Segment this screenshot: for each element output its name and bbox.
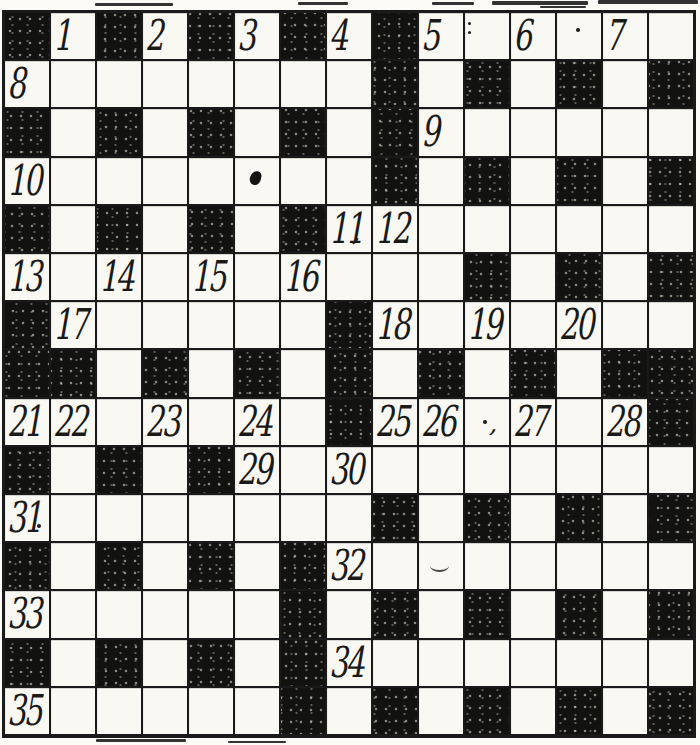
white-cell[interactable]: 6 (511, 13, 555, 59)
white-cell[interactable] (97, 61, 141, 107)
black-cell (649, 591, 693, 637)
white-cell[interactable] (603, 158, 647, 204)
white-cell[interactable] (557, 447, 601, 493)
white-cell[interactable] (603, 254, 647, 300)
white-cell[interactable] (143, 495, 187, 541)
clue-number: 16 (283, 255, 316, 298)
white-cell[interactable] (281, 495, 325, 541)
clue-number: 34 (329, 641, 362, 684)
scanned-crossword-page: 1234567891011121314151617181920212223242… (0, 0, 700, 745)
clue-number: 30 (329, 448, 362, 491)
white-cell[interactable]: 21 (5, 399, 49, 445)
white-cell[interactable] (603, 109, 647, 155)
black-cell (511, 350, 555, 396)
scan-dash-artifact (540, 6, 586, 8)
white-cell[interactable]: 31 (5, 495, 49, 541)
white-cell[interactable] (143, 302, 187, 348)
black-cell (189, 13, 233, 59)
black-cell (327, 350, 371, 396)
white-cell[interactable]: 8 (5, 61, 49, 107)
white-cell[interactable]: 24 (235, 399, 279, 445)
white-cell[interactable] (235, 109, 279, 155)
clue-number: 5 (421, 14, 438, 57)
black-cell (465, 61, 509, 107)
white-cell[interactable] (189, 495, 233, 541)
black-cell (189, 543, 233, 589)
white-cell[interactable]: 25 (373, 399, 417, 445)
white-cell[interactable]: 32 (327, 543, 371, 589)
black-cell (5, 302, 49, 348)
clue-number: 18 (375, 303, 408, 346)
clue-number: 4 (329, 14, 346, 57)
black-cell (465, 495, 509, 541)
clue-number: 26 (421, 400, 454, 443)
clue-number: 25 (375, 400, 408, 443)
black-cell (5, 109, 49, 155)
white-cell[interactable]: 20 (557, 302, 601, 348)
clue-number: 33 (7, 592, 40, 635)
black-cell (5, 640, 49, 686)
black-cell (281, 109, 325, 155)
scan-dash-artifact (228, 741, 286, 743)
white-cell[interactable] (235, 543, 279, 589)
white-cell[interactable] (557, 206, 601, 252)
white-cell[interactable] (143, 61, 187, 107)
white-cell[interactable] (557, 350, 601, 396)
black-cell (373, 591, 417, 637)
white-cell[interactable] (419, 688, 463, 734)
white-cell[interactable] (143, 640, 187, 686)
white-cell[interactable] (557, 109, 601, 155)
white-cell[interactable]: 23 (143, 399, 187, 445)
black-cell (373, 495, 417, 541)
clue-number: 29 (237, 448, 270, 491)
black-cell (465, 158, 509, 204)
black-cell (373, 688, 417, 734)
white-cell[interactable]: 30 (327, 447, 371, 493)
black-cell (557, 591, 601, 637)
clue-number: 15 (191, 255, 224, 298)
white-cell[interactable] (557, 543, 601, 589)
white-cell[interactable] (281, 302, 325, 348)
white-cell[interactable] (327, 495, 371, 541)
white-cell[interactable] (603, 688, 647, 734)
white-cell[interactable] (649, 447, 693, 493)
white-cell[interactable]: 2 (143, 13, 187, 59)
white-cell[interactable] (51, 254, 95, 300)
white-cell[interactable] (603, 61, 647, 107)
clue-number: 8 (7, 62, 24, 105)
black-cell (5, 543, 49, 589)
clue-number: 27 (513, 400, 546, 443)
white-cell[interactable] (419, 158, 463, 204)
black-cell (557, 254, 601, 300)
white-cell[interactable] (649, 206, 693, 252)
white-cell[interactable] (143, 206, 187, 252)
white-cell[interactable] (511, 640, 555, 686)
black-cell (97, 109, 141, 155)
white-cell[interactable] (603, 495, 647, 541)
white-cell[interactable] (557, 13, 601, 59)
black-cell (189, 447, 233, 493)
black-cell (281, 640, 325, 686)
white-cell[interactable] (373, 640, 417, 686)
white-cell[interactable] (189, 61, 233, 107)
clue-number: 6 (513, 14, 530, 57)
white-cell[interactable] (97, 688, 141, 734)
white-cell[interactable]: 17 (51, 302, 95, 348)
white-cell[interactable] (143, 543, 187, 589)
white-cell[interactable]: 28 (603, 399, 647, 445)
white-cell[interactable] (603, 206, 647, 252)
clue-number: 13 (7, 255, 40, 298)
white-cell[interactable] (465, 109, 509, 155)
white-cell[interactable] (97, 399, 141, 445)
white-cell[interactable] (235, 495, 279, 541)
white-cell[interactable]: 1 (51, 13, 95, 59)
white-cell[interactable] (281, 447, 325, 493)
white-cell[interactable] (649, 13, 693, 59)
white-cell[interactable] (97, 350, 141, 396)
white-cell[interactable] (557, 399, 601, 445)
black-cell (189, 206, 233, 252)
black-cell (5, 350, 49, 396)
white-cell[interactable]: 11 (327, 206, 371, 252)
white-cell[interactable]: 19 (465, 302, 509, 348)
white-cell[interactable]: 14 (97, 254, 141, 300)
black-cell (557, 158, 601, 204)
white-cell[interactable] (603, 640, 647, 686)
white-cell[interactable] (557, 640, 601, 686)
black-cell (557, 495, 601, 541)
white-cell[interactable] (235, 158, 279, 204)
black-cell (97, 13, 141, 59)
white-cell[interactable]: 10 (5, 158, 49, 204)
white-cell[interactable] (51, 206, 95, 252)
clue-number: 22 (53, 400, 86, 443)
white-cell[interactable]: 4 (327, 13, 371, 59)
white-cell[interactable] (51, 688, 95, 734)
scan-dash-artifact (298, 2, 348, 5)
white-cell[interactable] (327, 61, 371, 107)
black-cell (97, 447, 141, 493)
white-cell[interactable] (281, 158, 325, 204)
white-cell[interactable] (419, 447, 463, 493)
black-cell (373, 158, 417, 204)
white-cell[interactable] (51, 61, 95, 107)
black-cell (97, 543, 141, 589)
black-cell (51, 350, 95, 396)
scan-dash-artifact (492, 1, 588, 5)
white-cell[interactable] (235, 61, 279, 107)
white-cell[interactable]: 5 (419, 13, 463, 59)
black-cell (5, 447, 49, 493)
white-cell[interactable] (511, 61, 555, 107)
white-cell[interactable] (511, 591, 555, 637)
white-cell[interactable]: 16 (281, 254, 325, 300)
clue-number: 23 (145, 400, 178, 443)
white-cell[interactable] (603, 543, 647, 589)
white-cell[interactable]: 3 (235, 13, 279, 59)
clue-number: 7 (605, 14, 622, 57)
clue-number: 12 (375, 207, 408, 250)
crossword-grid: 1234567891011121314151617181920212223242… (2, 10, 696, 738)
clue-number: 32 (329, 544, 362, 587)
black-cell (235, 350, 279, 396)
white-cell[interactable] (51, 109, 95, 155)
black-cell (189, 109, 233, 155)
white-cell[interactable] (465, 447, 509, 493)
white-cell[interactable] (189, 688, 233, 734)
black-cell (649, 688, 693, 734)
white-cell[interactable] (281, 350, 325, 396)
white-cell[interactable] (51, 447, 95, 493)
white-cell[interactable] (189, 591, 233, 637)
white-cell[interactable]: 22 (51, 399, 95, 445)
white-cell[interactable] (603, 591, 647, 637)
white-cell[interactable] (511, 206, 555, 252)
white-cell[interactable] (281, 61, 325, 107)
clue-number: 28 (605, 400, 638, 443)
white-cell[interactable] (189, 399, 233, 445)
white-cell[interactable] (511, 495, 555, 541)
black-cell (649, 350, 693, 396)
white-cell[interactable] (97, 158, 141, 204)
white-cell[interactable] (465, 206, 509, 252)
clue-number: 31 (7, 496, 40, 539)
white-cell[interactable] (143, 254, 187, 300)
white-cell[interactable] (419, 206, 463, 252)
white-cell[interactable]: 35 (5, 688, 49, 734)
white-cell[interactable] (235, 591, 279, 637)
white-cell[interactable] (511, 109, 555, 155)
black-cell (327, 302, 371, 348)
black-cell (465, 254, 509, 300)
clue-number: 35 (7, 689, 40, 732)
white-cell[interactable] (419, 61, 463, 107)
white-cell[interactable] (235, 688, 279, 734)
clue-number: 17 (53, 303, 86, 346)
white-cell[interactable] (327, 591, 371, 637)
white-cell[interactable]: 15 (189, 254, 233, 300)
white-cell[interactable] (511, 254, 555, 300)
black-cell (373, 13, 417, 59)
white-cell[interactable] (97, 495, 141, 541)
white-cell[interactable] (649, 640, 693, 686)
black-cell (649, 495, 693, 541)
white-cell[interactable]: 26 (419, 399, 463, 445)
white-cell[interactable]: 12 (373, 206, 417, 252)
clue-number: 21 (7, 400, 40, 443)
scan-dash-artifact (95, 3, 173, 6)
white-cell[interactable] (373, 543, 417, 589)
white-cell[interactable] (465, 640, 509, 686)
white-cell[interactable] (465, 13, 509, 59)
white-cell[interactable] (419, 254, 463, 300)
white-cell[interactable] (143, 109, 187, 155)
white-cell[interactable] (465, 543, 509, 589)
white-cell[interactable] (373, 254, 417, 300)
white-cell[interactable]: 7 (603, 13, 647, 59)
white-cell[interactable] (419, 591, 463, 637)
black-cell (557, 61, 601, 107)
black-cell (281, 591, 325, 637)
black-cell (419, 350, 463, 396)
white-cell[interactable]: 29 (235, 447, 279, 493)
scan-dash-artifact (432, 2, 474, 5)
white-cell[interactable]: 13 (5, 254, 49, 300)
black-cell (97, 640, 141, 686)
black-cell (5, 206, 49, 252)
black-cell (373, 109, 417, 155)
black-cell (649, 254, 693, 300)
clue-number: 1 (53, 14, 70, 57)
black-cell (557, 688, 601, 734)
black-cell (143, 350, 187, 396)
black-cell (373, 61, 417, 107)
clue-number: 2 (145, 14, 162, 57)
white-cell[interactable] (327, 158, 371, 204)
white-cell[interactable] (649, 109, 693, 155)
white-cell[interactable]: 27 (511, 399, 555, 445)
white-cell[interactable] (327, 688, 371, 734)
white-cell[interactable] (97, 302, 141, 348)
white-cell[interactable]: 18 (373, 302, 417, 348)
white-cell[interactable] (419, 543, 463, 589)
black-cell (603, 350, 647, 396)
clue-number: 24 (237, 400, 270, 443)
clue-number: 3 (237, 14, 254, 57)
scan-dash-artifact (96, 739, 186, 742)
black-cell (5, 13, 49, 59)
black-cell (465, 591, 509, 637)
white-cell[interactable] (51, 495, 95, 541)
black-cell (97, 206, 141, 252)
clue-number: 9 (421, 110, 438, 153)
white-cell[interactable] (235, 254, 279, 300)
white-cell[interactable] (143, 688, 187, 734)
white-cell[interactable] (235, 206, 279, 252)
white-cell[interactable] (511, 302, 555, 348)
white-cell[interactable] (97, 591, 141, 637)
black-cell (281, 543, 325, 589)
black-cell (465, 688, 509, 734)
black-cell (649, 399, 693, 445)
clue-number: 10 (7, 159, 40, 202)
white-cell[interactable] (51, 158, 95, 204)
black-cell (649, 61, 693, 107)
white-cell[interactable] (281, 399, 325, 445)
white-cell[interactable] (189, 302, 233, 348)
white-cell[interactable] (465, 350, 509, 396)
white-cell[interactable] (511, 688, 555, 734)
white-cell[interactable] (143, 447, 187, 493)
white-cell[interactable] (465, 399, 509, 445)
clue-number: 14 (99, 255, 132, 298)
black-cell (649, 158, 693, 204)
black-cell (281, 688, 325, 734)
clue-number: 20 (559, 303, 592, 346)
white-cell[interactable] (373, 350, 417, 396)
white-cell[interactable] (511, 543, 555, 589)
black-cell (189, 640, 233, 686)
white-cell[interactable] (189, 350, 233, 396)
white-cell[interactable] (143, 158, 187, 204)
white-cell[interactable]: 9 (419, 109, 463, 155)
white-cell[interactable] (51, 640, 95, 686)
white-cell[interactable] (327, 254, 371, 300)
black-cell (281, 206, 325, 252)
white-cell[interactable] (649, 543, 693, 589)
clue-number: 11 (329, 207, 362, 250)
white-cell[interactable] (419, 302, 463, 348)
white-cell[interactable] (143, 591, 187, 637)
scan-dash-artifact (598, 0, 698, 4)
white-cell[interactable] (511, 158, 555, 204)
white-cell[interactable] (373, 447, 417, 493)
white-cell[interactable] (327, 109, 371, 155)
white-cell[interactable] (51, 591, 95, 637)
white-cell[interactable] (51, 543, 95, 589)
black-cell (281, 13, 325, 59)
white-cell[interactable] (419, 495, 463, 541)
white-cell[interactable]: 33 (5, 591, 49, 637)
white-cell[interactable] (649, 302, 693, 348)
clue-number: 19 (467, 303, 500, 346)
white-cell[interactable] (235, 640, 279, 686)
white-cell[interactable] (603, 447, 647, 493)
white-cell[interactable]: 34 (327, 640, 371, 686)
white-cell[interactable] (419, 640, 463, 686)
black-cell (327, 399, 371, 445)
white-cell[interactable] (189, 158, 233, 204)
white-cell[interactable] (235, 302, 279, 348)
white-cell[interactable] (511, 447, 555, 493)
white-cell[interactable] (603, 302, 647, 348)
